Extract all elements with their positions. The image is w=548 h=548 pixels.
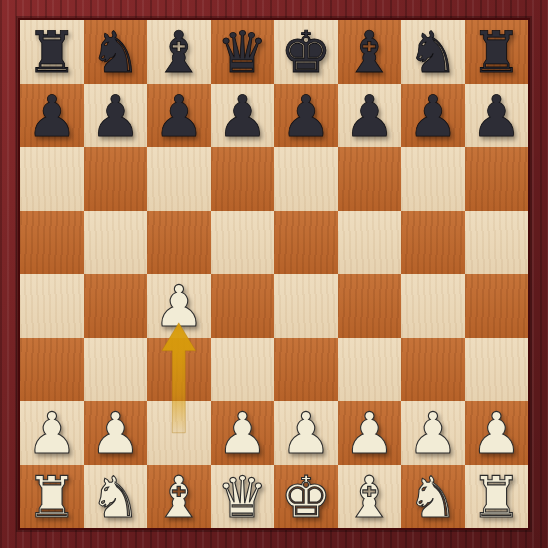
square-c6[interactable] — [147, 147, 211, 211]
square-d3[interactable] — [211, 338, 275, 402]
black-knight-b8[interactable]: ♞ — [90, 24, 141, 81]
square-g1[interactable]: ♞ — [401, 465, 465, 529]
square-g3[interactable] — [401, 338, 465, 402]
black-knight-g8[interactable]: ♞ — [407, 24, 458, 81]
square-a6[interactable] — [20, 147, 84, 211]
square-c3[interactable] — [147, 338, 211, 402]
square-e8[interactable]: ♚ — [274, 20, 338, 84]
square-d5[interactable] — [211, 211, 275, 275]
square-h7[interactable]: ♟ — [465, 84, 529, 148]
white-knight-g1[interactable]: ♞ — [407, 469, 458, 526]
square-b3[interactable] — [84, 338, 148, 402]
square-a3[interactable] — [20, 338, 84, 402]
black-pawn-h7[interactable]: ♟ — [471, 88, 522, 145]
square-c1[interactable]: ♝ — [147, 465, 211, 529]
square-g6[interactable] — [401, 147, 465, 211]
square-f8[interactable]: ♝ — [338, 20, 402, 84]
square-d4[interactable] — [211, 274, 275, 338]
square-e3[interactable] — [274, 338, 338, 402]
white-pawn-c4[interactable]: ♟ — [153, 278, 204, 335]
square-a7[interactable]: ♟ — [20, 84, 84, 148]
black-rook-a8[interactable]: ♜ — [26, 24, 77, 81]
square-b2[interactable]: ♟ — [84, 401, 148, 465]
white-queen-d1[interactable]: ♛ — [217, 469, 268, 526]
black-king-e8[interactable]: ♚ — [280, 24, 331, 81]
white-pawn-g2[interactable]: ♟ — [407, 405, 458, 462]
black-pawn-d7[interactable]: ♟ — [217, 88, 268, 145]
square-a5[interactable] — [20, 211, 84, 275]
square-h1[interactable]: ♜ — [465, 465, 529, 529]
square-b8[interactable]: ♞ — [84, 20, 148, 84]
white-king-e1[interactable]: ♚ — [280, 469, 331, 526]
square-c8[interactable]: ♝ — [147, 20, 211, 84]
square-d8[interactable]: ♛ — [211, 20, 275, 84]
square-g5[interactable] — [401, 211, 465, 275]
black-bishop-c8[interactable]: ♝ — [153, 24, 204, 81]
square-c7[interactable]: ♟ — [147, 84, 211, 148]
square-a4[interactable] — [20, 274, 84, 338]
square-g4[interactable] — [401, 274, 465, 338]
white-knight-b1[interactable]: ♞ — [90, 469, 141, 526]
white-bishop-f1[interactable]: ♝ — [344, 469, 395, 526]
white-pawn-h2[interactable]: ♟ — [471, 405, 522, 462]
square-e7[interactable]: ♟ — [274, 84, 338, 148]
square-e4[interactable] — [274, 274, 338, 338]
square-h4[interactable] — [465, 274, 529, 338]
square-a1[interactable]: ♜ — [20, 465, 84, 529]
square-c2[interactable] — [147, 401, 211, 465]
square-c5[interactable] — [147, 211, 211, 275]
white-pawn-a2[interactable]: ♟ — [26, 405, 77, 462]
square-f7[interactable]: ♟ — [338, 84, 402, 148]
white-pawn-f2[interactable]: ♟ — [344, 405, 395, 462]
square-e1[interactable]: ♚ — [274, 465, 338, 529]
white-rook-a1[interactable]: ♜ — [26, 469, 77, 526]
white-pawn-e2[interactable]: ♟ — [280, 405, 331, 462]
square-b5[interactable] — [84, 211, 148, 275]
square-d1[interactable]: ♛ — [211, 465, 275, 529]
square-e2[interactable]: ♟ — [274, 401, 338, 465]
white-pawn-d2[interactable]: ♟ — [217, 405, 268, 462]
square-f5[interactable] — [338, 211, 402, 275]
black-pawn-c7[interactable]: ♟ — [153, 88, 204, 145]
square-g7[interactable]: ♟ — [401, 84, 465, 148]
square-e5[interactable] — [274, 211, 338, 275]
white-rook-h1[interactable]: ♜ — [471, 469, 522, 526]
square-h2[interactable]: ♟ — [465, 401, 529, 465]
square-a8[interactable]: ♜ — [20, 20, 84, 84]
square-c4[interactable]: ♟ — [147, 274, 211, 338]
black-rook-h8[interactable]: ♜ — [471, 24, 522, 81]
square-f2[interactable]: ♟ — [338, 401, 402, 465]
chess-board[interactable]: ♜♞♝♛♚♝♞♜♟♟♟♟♟♟♟♟♟♟♟♟♟♟♟♟♜♞♝♛♚♝♞♜ — [20, 20, 528, 528]
square-f3[interactable] — [338, 338, 402, 402]
square-f4[interactable] — [338, 274, 402, 338]
square-d2[interactable]: ♟ — [211, 401, 275, 465]
square-h3[interactable] — [465, 338, 529, 402]
square-f1[interactable]: ♝ — [338, 465, 402, 529]
black-bishop-f8[interactable]: ♝ — [344, 24, 395, 81]
square-b7[interactable]: ♟ — [84, 84, 148, 148]
square-g2[interactable]: ♟ — [401, 401, 465, 465]
square-g8[interactable]: ♞ — [401, 20, 465, 84]
square-h5[interactable] — [465, 211, 529, 275]
black-pawn-b7[interactable]: ♟ — [90, 88, 141, 145]
chess-app: ♜♞♝♛♚♝♞♜♟♟♟♟♟♟♟♟♟♟♟♟♟♟♟♟♜♞♝♛♚♝♞♜ — [0, 0, 548, 548]
square-h8[interactable]: ♜ — [465, 20, 529, 84]
square-e6[interactable] — [274, 147, 338, 211]
square-b4[interactable] — [84, 274, 148, 338]
black-pawn-f7[interactable]: ♟ — [344, 88, 395, 145]
square-b6[interactable] — [84, 147, 148, 211]
white-pawn-b2[interactable]: ♟ — [90, 405, 141, 462]
black-pawn-g7[interactable]: ♟ — [407, 88, 458, 145]
black-pawn-e7[interactable]: ♟ — [280, 88, 331, 145]
square-f6[interactable] — [338, 147, 402, 211]
square-b1[interactable]: ♞ — [84, 465, 148, 529]
black-pawn-a7[interactable]: ♟ — [26, 88, 77, 145]
black-queen-d8[interactable]: ♛ — [217, 24, 268, 81]
white-bishop-c1[interactable]: ♝ — [153, 469, 204, 526]
square-a2[interactable]: ♟ — [20, 401, 84, 465]
square-h6[interactable] — [465, 147, 529, 211]
square-d7[interactable]: ♟ — [211, 84, 275, 148]
square-d6[interactable] — [211, 147, 275, 211]
